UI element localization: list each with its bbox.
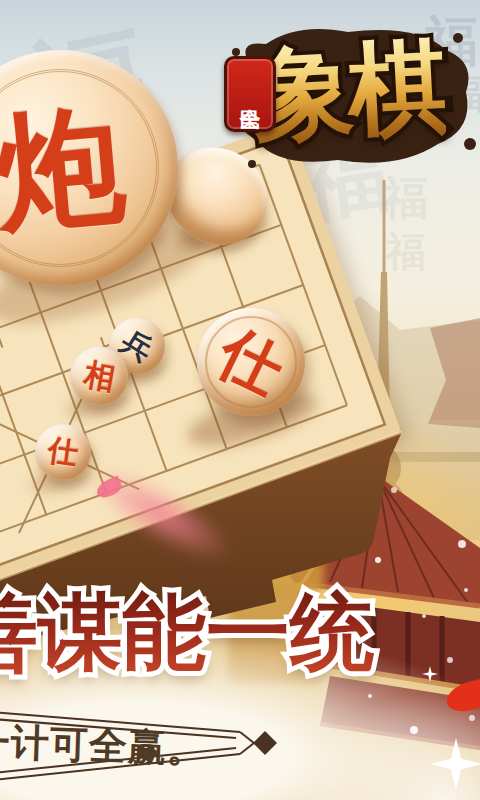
piece-char: 仕 bbox=[46, 435, 80, 469]
slogan-text: 一计可全赢。 bbox=[0, 716, 207, 775]
logo-badge-text: 全民 bbox=[236, 92, 264, 96]
xiangqi-piece-advisor-small: 仕 bbox=[35, 424, 91, 480]
headline-text: 善谋能一统 bbox=[0, 582, 374, 681]
splash-screen: 福 福 福 福 福 福 bbox=[0, 0, 480, 800]
logo-title: 象棋 bbox=[249, 29, 447, 151]
headline: 善谋能一统 善谋能一统 bbox=[0, 586, 374, 678]
piece-char: 相 bbox=[81, 358, 117, 394]
logo-badge: 全民 bbox=[224, 56, 276, 132]
piece-char: 仕 bbox=[210, 321, 293, 404]
xiangqi-piece-advisor-large: 仕 bbox=[197, 308, 305, 416]
diamond-icon bbox=[253, 731, 277, 755]
sparkle-dots bbox=[352, 598, 356, 602]
xiangqi-piece-elephant: 相 bbox=[70, 347, 128, 405]
piece-char: 炮 bbox=[0, 99, 129, 238]
